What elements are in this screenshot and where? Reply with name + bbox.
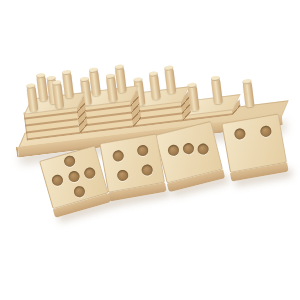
loose-tile-4-holes[interactable] — [99, 133, 166, 201]
peg[interactable] — [164, 67, 176, 94]
peg-hole — [181, 142, 194, 155]
peg[interactable] — [89, 69, 101, 96]
peg-hole — [112, 149, 125, 162]
peg-hole — [67, 169, 81, 183]
peg-hole — [141, 164, 154, 177]
loose-tile-2-holes[interactable] — [221, 113, 288, 181]
peg-hole — [136, 144, 149, 157]
peg-hole — [62, 155, 76, 169]
peg-hole — [259, 125, 272, 138]
peg-hole — [83, 166, 97, 180]
tile-top-face — [221, 113, 287, 172]
peg-hole — [72, 185, 86, 199]
peg-hole — [117, 169, 130, 182]
peg-hole — [167, 143, 180, 156]
peg[interactable] — [115, 66, 127, 93]
peg-hole — [196, 142, 209, 155]
peg[interactable] — [211, 78, 223, 105]
peg-hole — [234, 127, 247, 140]
toy-scene — [0, 0, 300, 300]
peg-hole — [50, 173, 64, 187]
peg[interactable] — [242, 81, 254, 108]
tile-top-face — [99, 133, 165, 192]
